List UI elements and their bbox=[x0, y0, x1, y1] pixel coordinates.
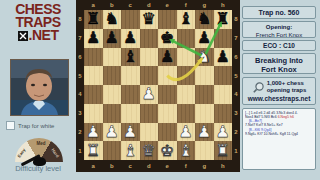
gauge-easy-label: Easy bbox=[17, 147, 27, 158]
rank-label-5: 5 bbox=[76, 66, 84, 85]
rank-label-4: 4 bbox=[76, 85, 84, 104]
file-label-e: e bbox=[158, 160, 177, 172]
square-e3 bbox=[158, 104, 177, 123]
square-h5 bbox=[214, 66, 233, 85]
move-line: 9.Ng6+ Kf7 10.Nxh8+ Kg8 11.Qg4 bbox=[245, 132, 316, 136]
white-pawn: ♟ bbox=[86, 124, 100, 140]
square-h3 bbox=[214, 104, 233, 123]
logo-net: .NET bbox=[29, 29, 59, 42]
white-pawn: ♟ bbox=[216, 124, 230, 140]
rank-label-2: 2 bbox=[232, 123, 240, 142]
square-d1: ♛ bbox=[140, 141, 159, 160]
square-c8 bbox=[121, 10, 140, 29]
white-bishop: ♝ bbox=[179, 143, 193, 159]
white-rook: ♜ bbox=[86, 143, 100, 159]
square-b3 bbox=[103, 104, 122, 123]
rank-label-2: 2 bbox=[76, 123, 84, 142]
opening-name: French Fort Knox bbox=[243, 31, 315, 39]
square-a4 bbox=[84, 85, 103, 104]
white-pawn: ♟ bbox=[142, 86, 156, 102]
gauge-hard-label: Hard bbox=[51, 148, 61, 159]
square-c7: ♟ bbox=[121, 29, 140, 48]
square-f2: ♟ bbox=[177, 123, 196, 142]
black-rook: ♜ bbox=[86, 11, 100, 27]
square-e4 bbox=[158, 85, 177, 104]
square-c2: ♟ bbox=[121, 123, 140, 142]
trap-title-line2: Fort Knox bbox=[243, 65, 315, 74]
square-a3 bbox=[84, 104, 103, 123]
difficulty-gauge: Easy Med Hard bbox=[15, 138, 63, 162]
file-label-a: a bbox=[84, 160, 103, 172]
square-f3 bbox=[177, 104, 196, 123]
white-knight: ♞ bbox=[197, 49, 211, 65]
square-a5 bbox=[84, 66, 103, 85]
rank-label-6: 6 bbox=[232, 48, 240, 67]
white-queen: ♛ bbox=[142, 143, 156, 159]
black-bishop: ♝ bbox=[123, 49, 137, 65]
site-logo: CHESS TRAPS .NET bbox=[0, 3, 76, 42]
square-f8: ♝ bbox=[177, 10, 196, 29]
black-pawn: ♟ bbox=[216, 49, 230, 65]
square-h2: ♟ bbox=[214, 123, 233, 142]
logo-square-x-icon bbox=[18, 31, 28, 41]
black-bishop: ♝ bbox=[179, 11, 193, 27]
trap-title-box: Breaking Into Fort Knox bbox=[242, 53, 316, 74]
board-squares: ♜♞♛♝♞♜♟♟♟♚♟♝♟♞♟♟♟♟♟♟♟♟♜♝♛♚♝♜ bbox=[84, 10, 232, 160]
square-h8: ♜ bbox=[214, 10, 233, 29]
square-c1: ♝ bbox=[121, 141, 140, 160]
square-d5 bbox=[140, 66, 159, 85]
trap-for-white-row: Trap for white bbox=[6, 121, 54, 130]
square-g5 bbox=[195, 66, 214, 85]
black-pawn: ♟ bbox=[105, 30, 119, 46]
rank-label-3: 3 bbox=[232, 104, 240, 123]
promo-url: www.chesstraps.net bbox=[243, 94, 315, 103]
trap-for-white-label: Trap for white bbox=[18, 123, 54, 129]
white-pawn: ♟ bbox=[123, 124, 137, 140]
rank-label-7: 7 bbox=[76, 29, 84, 48]
square-b6 bbox=[103, 48, 122, 67]
difficulty-level-label: Difficulty level bbox=[0, 164, 76, 173]
rank-label-8: 8 bbox=[232, 10, 240, 29]
black-pawn: ♟ bbox=[197, 30, 211, 46]
white-rook: ♜ bbox=[216, 143, 230, 159]
square-e7: ♚ bbox=[158, 29, 177, 48]
square-a7: ♟ bbox=[84, 29, 103, 48]
square-f1: ♝ bbox=[177, 141, 196, 160]
sidebar: CHESS TRAPS .NET Trap for whi bbox=[0, 0, 76, 180]
white-pawn: ♟ bbox=[179, 124, 193, 140]
square-h4 bbox=[214, 85, 233, 104]
square-d3 bbox=[140, 104, 159, 123]
move-list-text: [...] 1.e4 e6 2.d4 d5 3.Nc3 dxe4 4.Nxe4 … bbox=[243, 109, 316, 137]
square-g3 bbox=[195, 104, 214, 123]
square-a6 bbox=[84, 48, 103, 67]
square-d8: ♛ bbox=[140, 10, 159, 29]
black-pawn: ♟ bbox=[86, 30, 100, 46]
rank-label-6: 6 bbox=[76, 48, 84, 67]
white-pawn: ♟ bbox=[105, 124, 119, 140]
opening-label: Opening: bbox=[243, 23, 315, 31]
chesstraps-frame: CHESS TRAPS .NET Trap for whi bbox=[0, 0, 320, 180]
black-pawn: ♟ bbox=[123, 30, 137, 46]
black-queen: ♛ bbox=[142, 11, 156, 27]
square-e8 bbox=[158, 10, 177, 29]
file-label-f: f bbox=[177, 160, 196, 172]
black-pawn: ♟ bbox=[160, 49, 174, 65]
rank-label-8: 8 bbox=[76, 10, 84, 29]
square-a2: ♟ bbox=[84, 123, 103, 142]
square-g6: ♞ bbox=[195, 48, 214, 67]
square-a8: ♜ bbox=[84, 10, 103, 29]
square-b5 bbox=[103, 66, 122, 85]
white-king: ♚ bbox=[160, 143, 174, 159]
square-d6 bbox=[140, 48, 159, 67]
rank-labels-left: 87654321 bbox=[76, 10, 84, 160]
square-b8: ♞ bbox=[103, 10, 122, 29]
file-label-h: h bbox=[214, 160, 233, 172]
file-label-c: c bbox=[121, 0, 140, 10]
square-g4 bbox=[195, 85, 214, 104]
square-b7: ♟ bbox=[103, 29, 122, 48]
square-g7: ♟ bbox=[195, 29, 214, 48]
black-king: ♚ bbox=[160, 30, 174, 46]
file-label-e: e bbox=[158, 0, 177, 10]
file-label-b: b bbox=[103, 160, 122, 172]
rank-label-5: 5 bbox=[232, 66, 240, 85]
square-e1: ♚ bbox=[158, 141, 177, 160]
promo-line1: 1,000+ chess bbox=[267, 80, 307, 87]
square-h1: ♜ bbox=[214, 141, 233, 160]
promo-line2: opening traps bbox=[267, 87, 307, 94]
presenter-photo bbox=[10, 59, 69, 116]
gauge-med-label: Med bbox=[37, 141, 46, 146]
eco-box: ECO : C10 bbox=[242, 40, 316, 51]
promo-box: 1,000+ chess opening traps www.chesstrap… bbox=[242, 77, 316, 105]
file-label-d: d bbox=[140, 160, 159, 172]
black-rook: ♜ bbox=[216, 11, 230, 27]
square-e6: ♟ bbox=[158, 48, 177, 67]
square-d7 bbox=[140, 29, 159, 48]
square-g2: ♟ bbox=[195, 123, 214, 142]
square-e5 bbox=[158, 66, 177, 85]
square-f4 bbox=[177, 85, 196, 104]
square-f5 bbox=[177, 66, 196, 85]
black-knight: ♞ bbox=[105, 11, 119, 27]
square-a1: ♜ bbox=[84, 141, 103, 160]
square-e2 bbox=[158, 123, 177, 142]
white-bishop: ♝ bbox=[123, 143, 137, 159]
rank-label-4: 4 bbox=[232, 85, 240, 104]
square-b1 bbox=[103, 141, 122, 160]
trap-number-box: Trap no. 560 bbox=[242, 6, 316, 19]
square-b4 bbox=[103, 85, 122, 104]
magnifier-icon bbox=[252, 81, 265, 94]
white-pawn: ♟ bbox=[197, 124, 211, 140]
black-knight: ♞ bbox=[197, 11, 211, 27]
square-h7 bbox=[214, 29, 233, 48]
move-list-box: [...] 1.e4 e6 2.d4 d5 3.Nc3 dxe4 4.Nxe4 … bbox=[242, 108, 316, 170]
rank-label-3: 3 bbox=[76, 104, 84, 123]
square-d4: ♟ bbox=[140, 85, 159, 104]
square-g8: ♞ bbox=[195, 10, 214, 29]
square-c4 bbox=[121, 85, 140, 104]
square-g1 bbox=[195, 141, 214, 160]
file-label-g: g bbox=[195, 160, 214, 172]
square-c3 bbox=[121, 104, 140, 123]
square-f7 bbox=[177, 29, 196, 48]
rank-label-1: 1 bbox=[76, 141, 84, 160]
square-f6 bbox=[177, 48, 196, 67]
trap-for-white-checkbox[interactable] bbox=[6, 121, 15, 130]
chess-board: abcdefgh abcdefgh 87654321 87654321 ♜♞♛♝… bbox=[76, 0, 240, 172]
info-panel: Trap no. 560 Opening: French Fort Knox E… bbox=[240, 0, 320, 180]
square-c6: ♝ bbox=[121, 48, 140, 67]
opening-box: Opening: French Fort Knox bbox=[242, 21, 316, 38]
trap-title-line1: Breaking Into bbox=[243, 56, 315, 65]
file-labels-bottom: abcdefgh bbox=[84, 160, 232, 172]
file-label-c: c bbox=[121, 160, 140, 172]
rank-label-1: 1 bbox=[232, 141, 240, 160]
square-h6: ♟ bbox=[214, 48, 233, 67]
rank-labels-right: 87654321 bbox=[232, 10, 240, 160]
rank-label-7: 7 bbox=[232, 29, 240, 48]
square-b2: ♟ bbox=[103, 123, 122, 142]
square-c5 bbox=[121, 66, 140, 85]
square-d2 bbox=[140, 123, 159, 142]
